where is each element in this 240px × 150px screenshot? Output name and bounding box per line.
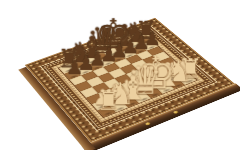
brass-clasp <box>145 122 151 126</box>
chess-set-scene: ♜♞♝♛♚♝♞♜♟♟♟♟♟♟♟♟♟♟♟♟♟♟♟♟♜♞♝♛♚♝♞♜ <box>0 0 240 150</box>
white-rook: ♜ <box>97 87 122 115</box>
brass-pin <box>173 110 179 114</box>
chess-board: ♜♞♝♛♚♝♞♜♟♟♟♟♟♟♟♟♟♟♟♟♟♟♟♟♜♞♝♛♚♝♞♜ <box>25 18 235 143</box>
product-photo: ♜♞♝♛♚♝♞♜♟♟♟♟♟♟♟♟♟♟♟♟♟♟♟♟♜♞♝♛♚♝♞♜ <box>0 0 240 150</box>
